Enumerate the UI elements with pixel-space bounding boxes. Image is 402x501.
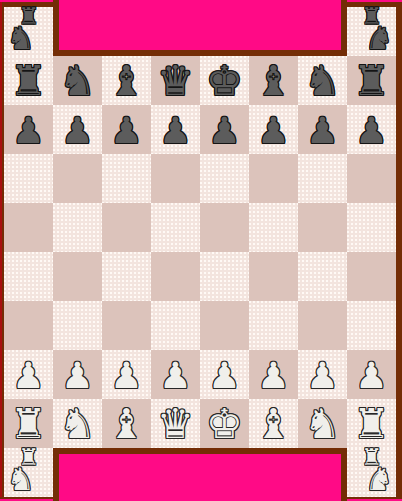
square-f3[interactable]: ♟ (249, 350, 298, 399)
piece-white-bishop: ♝ (102, 399, 151, 448)
piece-black-rook: ♜ (4, 56, 53, 105)
chancellor-knight-part-icon: ♞ (365, 464, 393, 495)
square-e5[interactable] (200, 252, 249, 301)
square-b9[interactable]: ♞ (53, 56, 102, 105)
square-b3[interactable]: ♟ (53, 350, 102, 399)
square-h1[interactable]: ♜♞ (347, 448, 396, 497)
square-a7[interactable] (4, 154, 53, 203)
square-a1[interactable]: ♜♞ (4, 448, 53, 497)
square-d6[interactable] (151, 203, 200, 252)
square-a10[interactable]: ♜♞ (4, 7, 53, 56)
piece-white-queen: ♛ (151, 399, 200, 448)
piece-white-pawn: ♟ (151, 350, 200, 399)
square-d9[interactable]: ♛ (151, 56, 200, 105)
chancellor-knight-part-icon: ♞ (7, 23, 35, 54)
square-c5[interactable] (102, 252, 151, 301)
square-e8[interactable]: ♟ (200, 105, 249, 154)
piece-black-bishop: ♝ (102, 56, 151, 105)
piece-black-pawn: ♟ (53, 105, 102, 154)
square-c3[interactable]: ♟ (102, 350, 151, 399)
square-e4[interactable] (200, 301, 249, 350)
piece-black-rook: ♜ (347, 56, 396, 105)
piece-white-bishop: ♝ (249, 399, 298, 448)
piece-white-rook: ♜ (347, 399, 396, 448)
bottom-background-notch (53, 448, 347, 501)
square-f5[interactable] (249, 252, 298, 301)
piece-black-pawn: ♟ (200, 105, 249, 154)
chancellor-knight-part-icon: ♞ (365, 23, 393, 54)
square-a5[interactable] (4, 252, 53, 301)
square-h4[interactable] (347, 301, 396, 350)
square-c9[interactable]: ♝ (102, 56, 151, 105)
square-g5[interactable] (298, 252, 347, 301)
top-background-notch (53, 0, 347, 56)
square-d3[interactable]: ♟ (151, 350, 200, 399)
game-window: { "game": "chess variant (Zillions-style… (0, 0, 402, 501)
chancellor-knight-part-icon: ♞ (7, 464, 35, 495)
square-d7[interactable] (151, 154, 200, 203)
square-g7[interactable] (298, 154, 347, 203)
square-e3[interactable]: ♟ (200, 350, 249, 399)
square-g3[interactable]: ♟ (298, 350, 347, 399)
piece-black-pawn: ♟ (151, 105, 200, 154)
piece-black-bishop: ♝ (249, 56, 298, 105)
piece-black-knight: ♞ (53, 56, 102, 105)
square-a2[interactable]: ♜ (4, 399, 53, 448)
square-c2[interactable]: ♝ (102, 399, 151, 448)
square-d5[interactable] (151, 252, 200, 301)
square-g6[interactable] (298, 203, 347, 252)
square-h3[interactable]: ♟ (347, 350, 396, 399)
piece-black-chancellor: ♜♞ (4, 7, 53, 56)
piece-white-pawn: ♟ (4, 350, 53, 399)
piece-white-pawn: ♟ (347, 350, 396, 399)
piece-black-king: ♚ (200, 56, 249, 105)
square-g8[interactable]: ♟ (298, 105, 347, 154)
square-h7[interactable] (347, 154, 396, 203)
square-c8[interactable]: ♟ (102, 105, 151, 154)
piece-black-knight: ♞ (298, 56, 347, 105)
square-e6[interactable] (200, 203, 249, 252)
square-d2[interactable]: ♛ (151, 399, 200, 448)
piece-white-pawn: ♟ (298, 350, 347, 399)
piece-white-knight: ♞ (53, 399, 102, 448)
square-b7[interactable] (53, 154, 102, 203)
board-frame: ♜♞♜♞♜♞♝♛♚♝♞♜♟♟♟♟♟♟♟♟♟♟♟♟♟♟♟♟♜♞♝♛♚♝♞♜♜♞♜♞ (0, 2, 402, 499)
square-h8[interactable]: ♟ (347, 105, 396, 154)
square-a9[interactable]: ♜ (4, 56, 53, 105)
square-g2[interactable]: ♞ (298, 399, 347, 448)
square-e2[interactable]: ♚ (200, 399, 249, 448)
square-a4[interactable] (4, 301, 53, 350)
square-f2[interactable]: ♝ (249, 399, 298, 448)
square-h9[interactable]: ♜ (347, 56, 396, 105)
square-d8[interactable]: ♟ (151, 105, 200, 154)
piece-white-king: ♚ (200, 399, 249, 448)
square-b6[interactable] (53, 203, 102, 252)
piece-black-pawn: ♟ (347, 105, 396, 154)
piece-white-chancellor: ♜♞ (4, 448, 53, 497)
chess-board: ♜♞♜♞♜♞♝♛♚♝♞♜♟♟♟♟♟♟♟♟♟♟♟♟♟♟♟♟♜♞♝♛♚♝♞♜♜♞♜♞ (4, 7, 396, 497)
square-h10[interactable]: ♜♞ (347, 7, 396, 56)
square-c6[interactable] (102, 203, 151, 252)
square-f9[interactable]: ♝ (249, 56, 298, 105)
square-e7[interactable] (200, 154, 249, 203)
square-f7[interactable] (249, 154, 298, 203)
piece-black-pawn: ♟ (298, 105, 347, 154)
square-h5[interactable] (347, 252, 396, 301)
square-d4[interactable] (151, 301, 200, 350)
square-g4[interactable] (298, 301, 347, 350)
square-g9[interactable]: ♞ (298, 56, 347, 105)
piece-black-chancellor: ♜♞ (347, 7, 396, 56)
frame-left-red-edge (0, 2, 2, 497)
square-e9[interactable]: ♚ (200, 56, 249, 105)
piece-black-pawn: ♟ (102, 105, 151, 154)
square-h2[interactable]: ♜ (347, 399, 396, 448)
square-b2[interactable]: ♞ (53, 399, 102, 448)
piece-white-pawn: ♟ (249, 350, 298, 399)
piece-white-rook: ♜ (4, 399, 53, 448)
piece-white-pawn: ♟ (102, 350, 151, 399)
square-a8[interactable]: ♟ (4, 105, 53, 154)
square-h6[interactable] (347, 203, 396, 252)
piece-white-chancellor: ♜♞ (347, 448, 396, 497)
square-f4[interactable] (249, 301, 298, 350)
square-f8[interactable]: ♟ (249, 105, 298, 154)
piece-black-pawn: ♟ (249, 105, 298, 154)
square-c4[interactable] (102, 301, 151, 350)
piece-black-pawn: ♟ (4, 105, 53, 154)
square-b5[interactable] (53, 252, 102, 301)
square-b8[interactable]: ♟ (53, 105, 102, 154)
square-f6[interactable] (249, 203, 298, 252)
square-c7[interactable] (102, 154, 151, 203)
piece-white-pawn: ♟ (200, 350, 249, 399)
square-b4[interactable] (53, 301, 102, 350)
piece-black-queen: ♛ (151, 56, 200, 105)
square-a3[interactable]: ♟ (4, 350, 53, 399)
piece-white-knight: ♞ (298, 399, 347, 448)
square-a6[interactable] (4, 203, 53, 252)
piece-white-pawn: ♟ (53, 350, 102, 399)
